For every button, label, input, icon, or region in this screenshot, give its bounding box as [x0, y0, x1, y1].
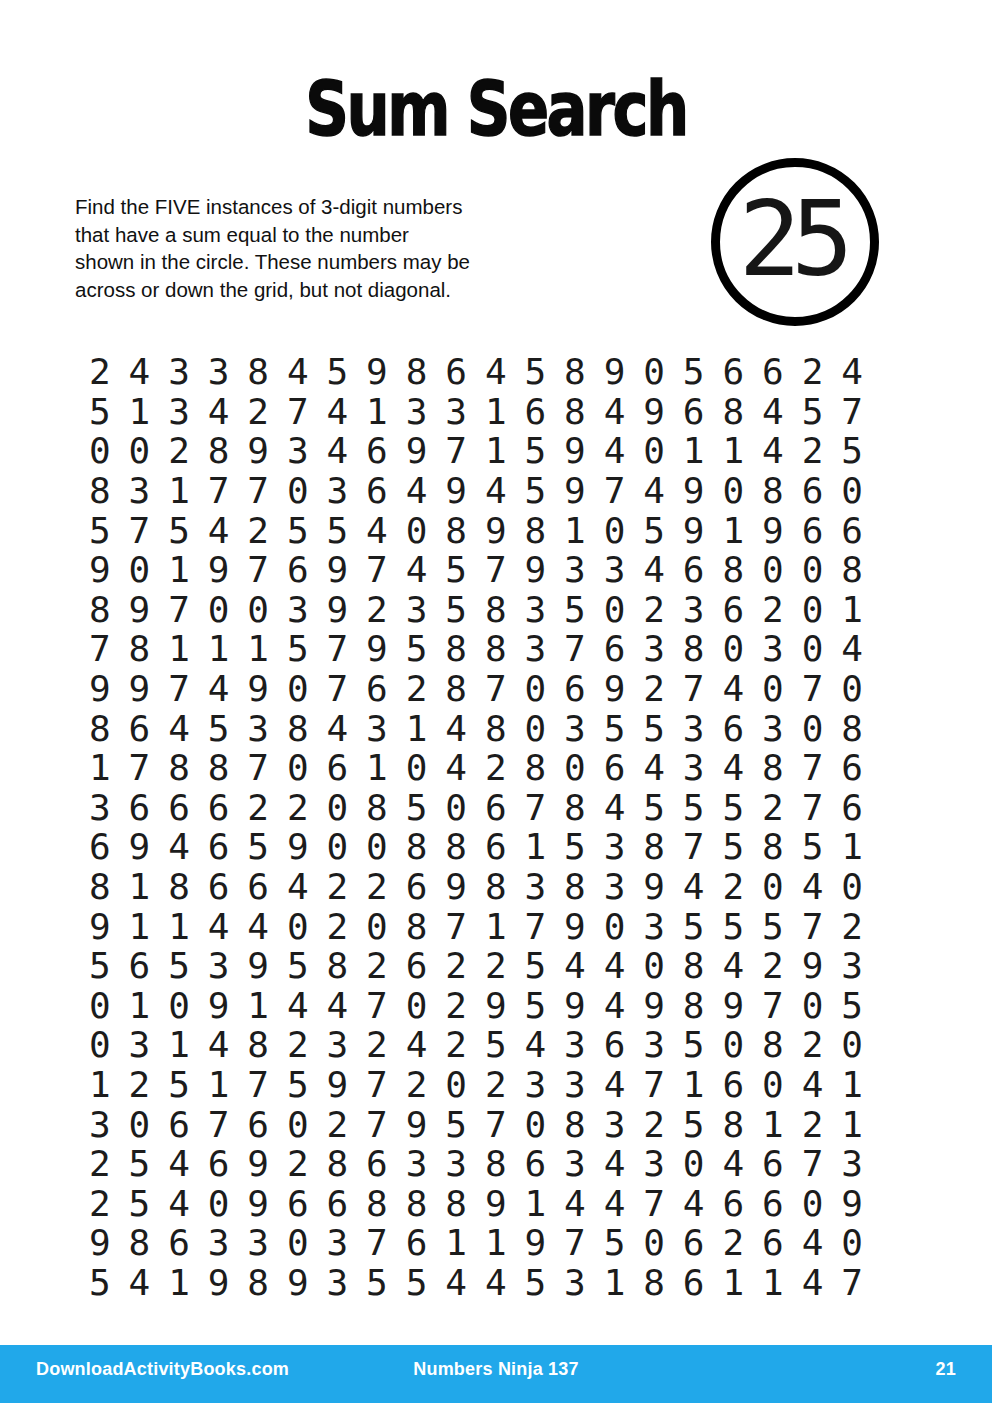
grid-cell-r4c7: 3	[318, 471, 358, 511]
grid-cell-r6c10: 5	[436, 550, 476, 590]
grid-cell-r16c15: 0	[634, 946, 674, 986]
grid-cell-r17c8: 7	[357, 986, 397, 1026]
grid-cell-r19c19: 4	[793, 1065, 833, 1105]
grid-cell-r1c1: 2	[80, 352, 120, 392]
grid-cell-r20c8: 7	[357, 1104, 397, 1144]
grid-cell-r1c4: 3	[199, 352, 239, 392]
grid-cell-r22c7: 6	[318, 1183, 358, 1223]
grid-cell-r6c17: 8	[714, 550, 754, 590]
instructions-line: across or down the grid, but not diagona…	[75, 276, 545, 304]
grid-cell-r24c10: 4	[436, 1263, 476, 1303]
grid-cell-r3c7: 4	[318, 431, 358, 471]
grid-cell-r19c7: 9	[318, 1065, 358, 1105]
target-sum-circle: 25	[711, 158, 879, 326]
grid-cell-r21c12: 6	[516, 1144, 556, 1184]
grid-cell-r10c3: 4	[159, 708, 199, 748]
grid-cell-r22c5: 9	[238, 1183, 278, 1223]
grid-cell-r6c12: 9	[516, 550, 556, 590]
grid-cell-r9c17: 4	[714, 669, 754, 709]
grid-cell-r7c16: 3	[674, 590, 714, 630]
grid-cell-r11c13: 0	[555, 748, 595, 788]
grid-cell-r15c16: 5	[674, 906, 714, 946]
grid-cell-r18c16: 5	[674, 1025, 714, 1065]
grid-cell-r11c17: 4	[714, 748, 754, 788]
grid-cell-r2c11: 1	[476, 392, 516, 432]
grid-cell-r9c12: 0	[516, 669, 556, 709]
grid-cell-r5c4: 4	[199, 510, 239, 550]
grid-cell-r2c17: 8	[714, 392, 754, 432]
grid-cell-r11c20: 6	[832, 748, 872, 788]
grid-cell-r18c8: 2	[357, 1025, 397, 1065]
grid-cell-r19c10: 0	[436, 1065, 476, 1105]
grid-cell-r21c16: 0	[674, 1144, 714, 1184]
grid-cell-r6c2: 0	[120, 550, 160, 590]
grid-cell-r16c20: 3	[832, 946, 872, 986]
grid-cell-r8c7: 7	[318, 629, 358, 669]
grid-cell-r13c14: 3	[595, 827, 635, 867]
grid-cell-r11c16: 3	[674, 748, 714, 788]
grid-cell-r24c19: 4	[793, 1263, 833, 1303]
grid-cell-r14c7: 2	[318, 867, 358, 907]
grid-cell-r4c1: 8	[80, 471, 120, 511]
grid-cell-r18c13: 3	[555, 1025, 595, 1065]
grid-cell-r11c15: 4	[634, 748, 674, 788]
grid-cell-r3c2: 0	[120, 431, 160, 471]
grid-cell-r17c13: 9	[555, 986, 595, 1026]
grid-cell-r14c15: 9	[634, 867, 674, 907]
grid-cell-r10c18: 3	[753, 708, 793, 748]
grid-cell-r5c2: 7	[120, 510, 160, 550]
grid-cell-r9c4: 4	[199, 669, 239, 709]
grid-cell-r21c15: 3	[634, 1144, 674, 1184]
grid-cell-r12c4: 6	[199, 788, 239, 828]
grid-cell-r11c5: 7	[238, 748, 278, 788]
footer-bar: DownloadActivityBooks.com Numbers Ninja …	[0, 1345, 992, 1403]
grid-cell-r13c18: 8	[753, 827, 793, 867]
target-sum-value: 25	[738, 187, 851, 297]
grid-cell-r11c6: 0	[278, 748, 318, 788]
grid-cell-r8c14: 6	[595, 629, 635, 669]
grid-cell-r20c4: 7	[199, 1104, 239, 1144]
grid-cell-r13c4: 6	[199, 827, 239, 867]
grid-cell-r15c13: 9	[555, 906, 595, 946]
grid-cell-r9c14: 9	[595, 669, 635, 709]
grid-cell-r2c1: 5	[80, 392, 120, 432]
grid-cell-r18c18: 8	[753, 1025, 793, 1065]
grid-cell-r8c3: 1	[159, 629, 199, 669]
grid-cell-r15c17: 5	[714, 906, 754, 946]
grid-cell-r12c10: 0	[436, 788, 476, 828]
grid-cell-r20c14: 3	[595, 1104, 635, 1144]
grid-cell-r10c1: 8	[80, 708, 120, 748]
grid-cell-r9c3: 7	[159, 669, 199, 709]
grid-cell-r13c17: 5	[714, 827, 754, 867]
grid-cell-r10c19: 0	[793, 708, 833, 748]
grid-cell-r9c13: 6	[555, 669, 595, 709]
grid-cell-r13c7: 0	[318, 827, 358, 867]
grid-cell-r6c8: 7	[357, 550, 397, 590]
grid-cell-r5c17: 1	[714, 510, 754, 550]
grid-cell-r14c16: 4	[674, 867, 714, 907]
grid-cell-r7c5: 0	[238, 590, 278, 630]
grid-cell-r23c7: 3	[318, 1223, 358, 1263]
grid-cell-r24c7: 3	[318, 1263, 358, 1303]
grid-cell-r1c14: 9	[595, 352, 635, 392]
grid-cell-r6c14: 3	[595, 550, 635, 590]
grid-cell-r17c11: 9	[476, 986, 516, 1026]
grid-cell-r2c4: 4	[199, 392, 239, 432]
grid-cell-r3c14: 4	[595, 431, 635, 471]
grid-cell-r11c18: 8	[753, 748, 793, 788]
grid-cell-r6c4: 9	[199, 550, 239, 590]
grid-cell-r9c16: 7	[674, 669, 714, 709]
grid-cell-r1c3: 3	[159, 352, 199, 392]
grid-cell-r10c7: 4	[318, 708, 358, 748]
grid-cell-r7c10: 5	[436, 590, 476, 630]
grid-cell-r20c16: 5	[674, 1104, 714, 1144]
grid-cell-r3c10: 7	[436, 431, 476, 471]
grid-cell-r5c7: 5	[318, 510, 358, 550]
grid-cell-r6c1: 9	[80, 550, 120, 590]
grid-cell-r2c8: 1	[357, 392, 397, 432]
grid-cell-r4c14: 7	[595, 471, 635, 511]
grid-cell-r12c15: 5	[634, 788, 674, 828]
grid-cell-r24c9: 5	[397, 1263, 437, 1303]
grid-cell-r20c10: 5	[436, 1104, 476, 1144]
grid-cell-r9c11: 7	[476, 669, 516, 709]
grid-cell-r15c10: 7	[436, 906, 476, 946]
grid-cell-r6c6: 6	[278, 550, 318, 590]
grid-cell-r23c13: 7	[555, 1223, 595, 1263]
grid-cell-r4c4: 7	[199, 471, 239, 511]
grid-cell-r18c6: 2	[278, 1025, 318, 1065]
grid-cell-r9c10: 8	[436, 669, 476, 709]
grid-cell-r8c6: 5	[278, 629, 318, 669]
grid-cell-r4c3: 1	[159, 471, 199, 511]
grid-cell-r15c9: 8	[397, 906, 437, 946]
grid-cell-r11c10: 4	[436, 748, 476, 788]
grid-cell-r10c6: 8	[278, 708, 318, 748]
grid-cell-r6c3: 1	[159, 550, 199, 590]
grid-cell-r6c18: 0	[753, 550, 793, 590]
grid-cell-r19c18: 0	[753, 1065, 793, 1105]
grid-cell-r24c4: 9	[199, 1263, 239, 1303]
grid-cell-r7c3: 7	[159, 590, 199, 630]
grid-cell-r19c8: 7	[357, 1065, 397, 1105]
grid-cell-r22c2: 5	[120, 1183, 160, 1223]
grid-cell-r7c14: 0	[595, 590, 635, 630]
grid-cell-r19c15: 7	[634, 1065, 674, 1105]
grid-cell-r2c9: 3	[397, 392, 437, 432]
grid-cell-r12c5: 2	[238, 788, 278, 828]
grid-cell-r22c11: 9	[476, 1183, 516, 1223]
grid-cell-r2c3: 3	[159, 392, 199, 432]
grid-cell-r17c9: 0	[397, 986, 437, 1026]
grid-cell-r11c12: 8	[516, 748, 556, 788]
grid-cell-r14c20: 0	[832, 867, 872, 907]
grid-cell-r20c19: 2	[793, 1104, 833, 1144]
grid-cell-r11c11: 2	[476, 748, 516, 788]
grid-cell-r14c18: 0	[753, 867, 793, 907]
grid-cell-r5c15: 5	[634, 510, 674, 550]
grid-cell-r24c18: 1	[753, 1263, 793, 1303]
grid-cell-r1c10: 6	[436, 352, 476, 392]
grid-cell-r16c1: 5	[80, 946, 120, 986]
grid-cell-r9c18: 0	[753, 669, 793, 709]
grid-cell-r4c13: 9	[555, 471, 595, 511]
grid-cell-r13c12: 1	[516, 827, 556, 867]
grid-cell-r17c19: 0	[793, 986, 833, 1026]
grid-cell-r10c10: 4	[436, 708, 476, 748]
grid-cell-r17c7: 4	[318, 986, 358, 1026]
grid-cell-r4c11: 4	[476, 471, 516, 511]
grid-cell-r20c15: 2	[634, 1104, 674, 1144]
grid-cell-r10c15: 5	[634, 708, 674, 748]
grid-cell-r15c8: 0	[357, 906, 397, 946]
grid-cell-r6c11: 7	[476, 550, 516, 590]
grid-cell-r12c14: 4	[595, 788, 635, 828]
grid-cell-r18c10: 2	[436, 1025, 476, 1065]
grid-cell-r7c13: 5	[555, 590, 595, 630]
grid-cell-r18c14: 6	[595, 1025, 635, 1065]
grid-cell-r18c20: 0	[832, 1025, 872, 1065]
grid-cell-r15c4: 4	[199, 906, 239, 946]
grid-cell-r13c2: 9	[120, 827, 160, 867]
grid-cell-r23c10: 1	[436, 1223, 476, 1263]
grid-cell-r21c9: 3	[397, 1144, 437, 1184]
grid-cell-r24c16: 6	[674, 1263, 714, 1303]
grid-cell-r22c18: 6	[753, 1183, 793, 1223]
grid-cell-r6c13: 3	[555, 550, 595, 590]
grid-cell-r24c1: 5	[80, 1263, 120, 1303]
grid-cell-r22c19: 0	[793, 1183, 833, 1223]
grid-cell-r23c4: 3	[199, 1223, 239, 1263]
grid-cell-r16c3: 5	[159, 946, 199, 986]
grid-cell-r16c17: 4	[714, 946, 754, 986]
grid-cell-r4c17: 0	[714, 471, 754, 511]
grid-cell-r12c1: 3	[80, 788, 120, 828]
grid-cell-r15c7: 2	[318, 906, 358, 946]
grid-cell-r20c20: 1	[832, 1104, 872, 1144]
grid-cell-r5c8: 4	[357, 510, 397, 550]
grid-cell-r13c8: 0	[357, 827, 397, 867]
grid-cell-r18c9: 4	[397, 1025, 437, 1065]
grid-cell-r12c6: 2	[278, 788, 318, 828]
grid-cell-r5c11: 9	[476, 510, 516, 550]
grid-cell-r17c18: 7	[753, 986, 793, 1026]
grid-cell-r3c12: 5	[516, 431, 556, 471]
grid-cell-r11c2: 7	[120, 748, 160, 788]
grid-cell-r19c20: 1	[832, 1065, 872, 1105]
page: Sum Search Find the FIVE instances of 3-…	[0, 0, 992, 1403]
grid-cell-r3c17: 1	[714, 431, 754, 471]
grid-cell-r7c4: 0	[199, 590, 239, 630]
grid-cell-r8c2: 8	[120, 629, 160, 669]
grid-cell-r22c13: 4	[555, 1183, 595, 1223]
grid-cell-r23c14: 5	[595, 1223, 635, 1263]
grid-cell-r2c2: 1	[120, 392, 160, 432]
grid-cell-r1c7: 5	[318, 352, 358, 392]
grid-cell-r7c12: 3	[516, 590, 556, 630]
grid-cell-r3c3: 2	[159, 431, 199, 471]
grid-cell-r11c8: 1	[357, 748, 397, 788]
grid-cell-r10c16: 3	[674, 708, 714, 748]
grid-cell-r4c5: 7	[238, 471, 278, 511]
grid-cell-r8c9: 5	[397, 629, 437, 669]
grid-cell-r14c3: 8	[159, 867, 199, 907]
grid-cell-r4c19: 6	[793, 471, 833, 511]
grid-cell-r10c8: 3	[357, 708, 397, 748]
grid-cell-r6c20: 8	[832, 550, 872, 590]
grid-cell-r1c6: 4	[278, 352, 318, 392]
grid-cell-r2c18: 4	[753, 392, 793, 432]
grid-cell-r9c6: 0	[278, 669, 318, 709]
grid-cell-r9c7: 7	[318, 669, 358, 709]
grid-cell-r13c9: 8	[397, 827, 437, 867]
grid-cell-r5c5: 2	[238, 510, 278, 550]
grid-cell-r8c8: 9	[357, 629, 397, 669]
grid-cell-r1c12: 5	[516, 352, 556, 392]
grid-cell-r20c3: 6	[159, 1104, 199, 1144]
grid-cell-r14c19: 4	[793, 867, 833, 907]
grid-cell-r14c17: 2	[714, 867, 754, 907]
grid-cell-r18c17: 0	[714, 1025, 754, 1065]
grid-cell-r14c11: 8	[476, 867, 516, 907]
grid-cell-r19c11: 2	[476, 1065, 516, 1105]
instructions-line: that have a sum equal to the number	[75, 221, 545, 249]
grid-cell-r8c1: 7	[80, 629, 120, 669]
grid-cell-r11c3: 8	[159, 748, 199, 788]
grid-cell-r1c11: 4	[476, 352, 516, 392]
grid-cell-r21c10: 3	[436, 1144, 476, 1184]
grid-cell-r7c11: 8	[476, 590, 516, 630]
grid-cell-r10c5: 3	[238, 708, 278, 748]
grid-cell-r11c1: 1	[80, 748, 120, 788]
grid-cell-r15c5: 4	[238, 906, 278, 946]
grid-cell-r5c12: 8	[516, 510, 556, 550]
grid-cell-r9c20: 0	[832, 669, 872, 709]
grid-cell-r12c8: 8	[357, 788, 397, 828]
grid-cell-r6c9: 4	[397, 550, 437, 590]
grid-cell-r24c14: 1	[595, 1263, 635, 1303]
grid-cell-r22c9: 8	[397, 1183, 437, 1223]
grid-cell-r24c17: 1	[714, 1263, 754, 1303]
grid-cell-r3c9: 9	[397, 431, 437, 471]
grid-cell-r8c4: 1	[199, 629, 239, 669]
grid-cell-r24c2: 4	[120, 1263, 160, 1303]
grid-cell-r22c17: 6	[714, 1183, 754, 1223]
grid-cell-r2c7: 4	[318, 392, 358, 432]
grid-cell-r13c1: 6	[80, 827, 120, 867]
grid-cell-r17c12: 5	[516, 986, 556, 1026]
grid-cell-r2c12: 6	[516, 392, 556, 432]
grid-cell-r21c4: 6	[199, 1144, 239, 1184]
grid-cell-r19c17: 6	[714, 1065, 754, 1105]
grid-cell-r12c3: 6	[159, 788, 199, 828]
grid-cell-r10c13: 3	[555, 708, 595, 748]
grid-cell-r22c1: 2	[80, 1183, 120, 1223]
grid-cell-r7c6: 3	[278, 590, 318, 630]
grid-cell-r22c4: 0	[199, 1183, 239, 1223]
grid-cell-r15c11: 1	[476, 906, 516, 946]
grid-cell-r3c18: 4	[753, 431, 793, 471]
grid-cell-r9c5: 9	[238, 669, 278, 709]
grid-cell-r1c2: 4	[120, 352, 160, 392]
grid-cell-r4c8: 6	[357, 471, 397, 511]
grid-cell-r21c18: 6	[753, 1144, 793, 1184]
grid-cell-r8c20: 4	[832, 629, 872, 669]
grid-cell-r21c1: 2	[80, 1144, 120, 1184]
grid-cell-r14c1: 8	[80, 867, 120, 907]
grid-cell-r23c5: 3	[238, 1223, 278, 1263]
grid-cell-r3c4: 8	[199, 431, 239, 471]
grid-cell-r5c20: 6	[832, 510, 872, 550]
grid-cell-r4c18: 8	[753, 471, 793, 511]
grid-cell-r16c11: 2	[476, 946, 516, 986]
grid-cell-r7c9: 3	[397, 590, 437, 630]
grid-cell-r17c6: 4	[278, 986, 318, 1026]
grid-cell-r20c12: 0	[516, 1104, 556, 1144]
grid-cell-r24c15: 8	[634, 1263, 674, 1303]
grid-cell-r12c20: 6	[832, 788, 872, 828]
grid-cell-r23c20: 0	[832, 1223, 872, 1263]
grid-cell-r22c15: 7	[634, 1183, 674, 1223]
grid-cell-r6c7: 9	[318, 550, 358, 590]
grid-cell-r5c19: 6	[793, 510, 833, 550]
grid-cell-r24c20: 7	[832, 1263, 872, 1303]
grid-cell-r10c20: 8	[832, 708, 872, 748]
grid-cell-r13c6: 9	[278, 827, 318, 867]
grid-cell-r23c11: 1	[476, 1223, 516, 1263]
grid-cell-r1c20: 4	[832, 352, 872, 392]
grid-cell-r17c4: 9	[199, 986, 239, 1026]
grid-cell-r7c20: 1	[832, 590, 872, 630]
grid-cell-r8c19: 0	[793, 629, 833, 669]
grid-cell-r3c1: 0	[80, 431, 120, 471]
grid-cell-r8c17: 0	[714, 629, 754, 669]
grid-cell-r21c3: 4	[159, 1144, 199, 1184]
grid-cell-r3c16: 1	[674, 431, 714, 471]
grid-cell-r13c15: 8	[634, 827, 674, 867]
grid-cell-r20c2: 0	[120, 1104, 160, 1144]
grid-cell-r13c16: 7	[674, 827, 714, 867]
grid-cell-r7c7: 9	[318, 590, 358, 630]
grid-cell-r17c5: 1	[238, 986, 278, 1026]
grid-cell-r20c18: 1	[753, 1104, 793, 1144]
grid-cell-r15c1: 9	[80, 906, 120, 946]
grid-cell-r22c6: 6	[278, 1183, 318, 1223]
grid-cell-r21c2: 5	[120, 1144, 160, 1184]
grid-cell-r22c8: 8	[357, 1183, 397, 1223]
grid-cell-r18c1: 0	[80, 1025, 120, 1065]
grid-cell-r12c7: 0	[318, 788, 358, 828]
grid-cell-r9c2: 9	[120, 669, 160, 709]
grid-cell-r24c6: 9	[278, 1263, 318, 1303]
grid-cell-r8c11: 8	[476, 629, 516, 669]
grid-cell-r1c9: 8	[397, 352, 437, 392]
grid-cell-r19c5: 7	[238, 1065, 278, 1105]
grid-cell-r7c1: 8	[80, 590, 120, 630]
grid-cell-r8c12: 3	[516, 629, 556, 669]
grid-cell-r15c12: 7	[516, 906, 556, 946]
grid-cell-r16c18: 2	[753, 946, 793, 986]
number-grid: 2433845986458905662451342741331684968457…	[80, 352, 872, 1302]
footer-site-name: DownloadActivityBooks.com	[36, 1359, 343, 1380]
grid-cell-r20c7: 2	[318, 1104, 358, 1144]
grid-cell-r21c7: 8	[318, 1144, 358, 1184]
grid-cell-r13c20: 1	[832, 827, 872, 867]
grid-cell-r18c3: 1	[159, 1025, 199, 1065]
